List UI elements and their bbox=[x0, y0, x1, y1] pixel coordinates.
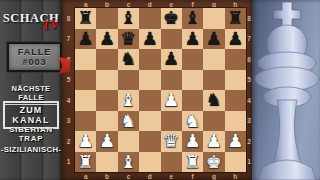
black-pawn-piece: ♟ bbox=[78, 30, 94, 48]
logo-tv-text: TV bbox=[41, 16, 59, 34]
black-bishop-piece: ♝ bbox=[184, 9, 200, 27]
square-f2: ♟ bbox=[182, 131, 203, 152]
square-a2: ♟ bbox=[75, 131, 96, 152]
square-e6: ♟ bbox=[161, 49, 182, 70]
square-e4: ♟ bbox=[161, 90, 182, 111]
square-f5 bbox=[182, 70, 203, 91]
black-rook-piece: ♜ bbox=[78, 9, 94, 27]
white-pawn-piece: ♟ bbox=[206, 132, 222, 150]
channel-logo: SCHACH TV bbox=[0, 8, 62, 36]
square-h7: ♟ bbox=[225, 29, 246, 50]
white-queen-piece: ♛ bbox=[163, 132, 179, 150]
white-pawn-piece: ♟ bbox=[163, 91, 179, 109]
coord-label: 1 bbox=[62, 152, 75, 173]
square-a4 bbox=[75, 90, 96, 111]
white-knight-piece: ♞ bbox=[184, 112, 200, 130]
episode-badge-line1: FALLE bbox=[9, 47, 60, 57]
square-f1: ♜ bbox=[182, 152, 203, 173]
white-bishop-piece: ♝ bbox=[120, 91, 136, 109]
black-queen-piece: ♛ bbox=[120, 30, 136, 48]
coord-label: c bbox=[118, 172, 139, 180]
coord-label: 7 bbox=[62, 29, 75, 50]
square-c7: ♛ bbox=[118, 29, 139, 50]
square-a6 bbox=[75, 49, 96, 70]
coord-label: 8 bbox=[62, 8, 75, 29]
square-d7: ♟ bbox=[139, 29, 160, 50]
white-pawn-piece: ♟ bbox=[78, 132, 94, 150]
square-h5 bbox=[225, 70, 246, 91]
black-pawn-piece: ♟ bbox=[99, 30, 115, 48]
black-knight-piece: ♞ bbox=[206, 91, 222, 109]
coord-label: e bbox=[161, 172, 182, 180]
board-squares: ♜♝♚♝♜♟♟♛♟♟♟♟♞♟♝♟♞♞♞♟♟♛♟♟♟♜♝♜♚ bbox=[75, 8, 246, 172]
square-b8 bbox=[96, 8, 117, 29]
square-e3 bbox=[161, 111, 182, 132]
square-g4: ♞ bbox=[203, 90, 224, 111]
black-pawn-piece: ♟ bbox=[206, 30, 222, 48]
square-g3 bbox=[203, 111, 224, 132]
square-c8: ♝ bbox=[118, 8, 139, 29]
white-bishop-piece: ♝ bbox=[120, 153, 136, 171]
coord-label: g bbox=[203, 172, 224, 180]
square-f4 bbox=[182, 90, 203, 111]
square-d2 bbox=[139, 131, 160, 152]
square-d5 bbox=[139, 70, 160, 91]
square-b5 bbox=[96, 70, 117, 91]
square-b3 bbox=[96, 111, 117, 132]
square-a7: ♟ bbox=[75, 29, 96, 50]
white-knight-piece: ♞ bbox=[120, 112, 136, 130]
square-c6: ♞ bbox=[118, 49, 139, 70]
square-b7: ♟ bbox=[96, 29, 117, 50]
black-pawn-piece: ♟ bbox=[142, 30, 158, 48]
square-b2: ♟ bbox=[96, 131, 117, 152]
king-panel bbox=[252, 0, 320, 180]
square-g2: ♟ bbox=[203, 131, 224, 152]
coord-label: 3 bbox=[62, 111, 75, 132]
white-rook-piece: ♜ bbox=[184, 153, 200, 171]
white-pawn-piece: ♟ bbox=[227, 132, 243, 150]
square-h6 bbox=[225, 49, 246, 70]
square-c2 bbox=[118, 131, 139, 152]
opening-name-label: -SIZILIANISCH- bbox=[0, 145, 62, 154]
black-king-piece: ♚ bbox=[163, 9, 179, 27]
video-frame: SCHACH TV FALLE #003 NÄCHSTE FALLE ZUM K… bbox=[0, 0, 320, 180]
square-g7: ♟ bbox=[203, 29, 224, 50]
square-d3 bbox=[139, 111, 160, 132]
black-bishop-piece: ♝ bbox=[120, 9, 136, 27]
square-h3 bbox=[225, 111, 246, 132]
white-pawn-piece: ♟ bbox=[99, 132, 115, 150]
square-e7 bbox=[161, 29, 182, 50]
white-pawn-piece: ♟ bbox=[184, 132, 200, 150]
square-a5 bbox=[75, 70, 96, 91]
episode-badge-line2: #003 bbox=[9, 57, 60, 67]
square-b4 bbox=[96, 90, 117, 111]
black-pawn-piece: ♟ bbox=[163, 50, 179, 68]
white-king-3d-icon bbox=[252, 0, 320, 180]
file-labels-bottom: abcdefgh bbox=[75, 172, 246, 180]
square-d8 bbox=[139, 8, 160, 29]
square-e2: ♛ bbox=[161, 131, 182, 152]
coord-label: b bbox=[96, 0, 117, 8]
coord-label: a bbox=[75, 172, 96, 180]
square-d1 bbox=[139, 152, 160, 173]
square-h2: ♟ bbox=[225, 131, 246, 152]
square-a1: ♜ bbox=[75, 152, 96, 173]
square-g6 bbox=[203, 49, 224, 70]
coord-label: d bbox=[139, 172, 160, 180]
square-c3: ♞ bbox=[118, 111, 139, 132]
square-f7: ♟ bbox=[182, 29, 203, 50]
square-b1 bbox=[96, 152, 117, 173]
square-d6 bbox=[139, 49, 160, 70]
square-c1: ♝ bbox=[118, 152, 139, 173]
square-a8: ♜ bbox=[75, 8, 96, 29]
white-king-piece: ♚ bbox=[206, 153, 222, 171]
coord-label: b bbox=[96, 172, 117, 180]
square-a3 bbox=[75, 111, 96, 132]
square-g8 bbox=[203, 8, 224, 29]
coord-label: 2 bbox=[62, 131, 75, 152]
square-e8: ♚ bbox=[161, 8, 182, 29]
square-h1 bbox=[225, 152, 246, 173]
square-h8: ♜ bbox=[225, 8, 246, 29]
square-e1 bbox=[161, 152, 182, 173]
coord-label: h bbox=[225, 172, 246, 180]
black-pawn-piece: ♟ bbox=[227, 30, 243, 48]
file-labels-top: abcdefgh bbox=[75, 0, 246, 8]
square-f8: ♝ bbox=[182, 8, 203, 29]
square-d4 bbox=[139, 90, 160, 111]
square-f3: ♞ bbox=[182, 111, 203, 132]
square-f6 bbox=[182, 49, 203, 70]
rank-labels-left: 87654321 bbox=[62, 8, 75, 172]
square-g1: ♚ bbox=[203, 152, 224, 173]
black-pawn-piece: ♟ bbox=[184, 30, 200, 48]
sidebar: SCHACH TV FALLE #003 NÄCHSTE FALLE ZUM K… bbox=[0, 0, 62, 180]
trap-name-label: SIBERIAN TRAP bbox=[0, 125, 62, 143]
coord-label: f bbox=[182, 172, 203, 180]
coord-label: 4 bbox=[62, 90, 75, 111]
chess-board: abcdefgh abcdefgh 87654321 87654321 ♜♝♚♝… bbox=[62, 0, 252, 180]
black-knight-piece: ♞ bbox=[120, 50, 136, 68]
coord-label: g bbox=[203, 0, 224, 8]
square-e5 bbox=[161, 70, 182, 91]
episode-badge: FALLE #003 bbox=[7, 42, 62, 72]
square-h4 bbox=[225, 90, 246, 111]
black-rook-piece: ♜ bbox=[227, 9, 243, 27]
coord-label: d bbox=[139, 0, 160, 8]
square-c5 bbox=[118, 70, 139, 91]
square-c4: ♝ bbox=[118, 90, 139, 111]
square-g5 bbox=[203, 70, 224, 91]
square-b6 bbox=[96, 49, 117, 70]
white-rook-piece: ♜ bbox=[78, 153, 94, 171]
